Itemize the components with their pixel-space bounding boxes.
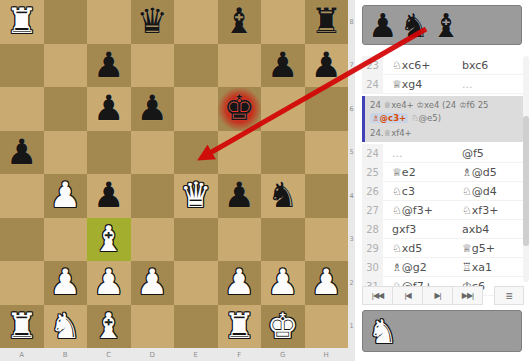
move-number: 25 [362, 163, 383, 181]
rank-label-1: 1 [348, 305, 355, 349]
file-label-d: D [131, 348, 175, 361]
white-pawn[interactable]: ♟ [93, 265, 124, 300]
black-move[interactable]: ♘@d4 [453, 185, 523, 198]
square-b2[interactable]: ♟ [44, 261, 88, 305]
square-e8[interactable] [174, 0, 218, 44]
move-number: 23 [362, 56, 383, 74]
square-f6[interactable]: ♚ [218, 87, 262, 131]
rank-label-2: 2 [348, 261, 355, 305]
current-move[interactable]: ♗@c3+ [370, 113, 408, 123]
white-pawn[interactable]: ♟ [137, 265, 168, 300]
square-c3[interactable]: ♝ [87, 218, 131, 262]
white-move[interactable]: ♘@f3+ [383, 204, 453, 217]
white-move[interactable]: ♘xc6+ [383, 59, 453, 72]
black-bishop[interactable]: ♝ [224, 4, 255, 39]
white-bishop[interactable]: ♝ [93, 309, 124, 344]
square-g1[interactable]: ♚ [261, 305, 305, 349]
square-c1[interactable]: ♝ [87, 305, 131, 349]
move-row-24: 24♕xg4... [362, 75, 523, 94]
black-king[interactable]: ♚ [224, 91, 255, 126]
pocket-black-knight[interactable]: ♞ [400, 9, 430, 42]
move-number: 29 [362, 239, 383, 257]
file-label-c: C [87, 348, 131, 361]
square-f3[interactable] [218, 218, 262, 262]
white-bishop[interactable]: ♝ [93, 222, 124, 257]
variation-line[interactable]: 24 ♕xe4+ ♔xe4 (24 ♔f6 25 ♗@c3+ ♘@e5) [370, 99, 519, 125]
black-move[interactable]: ♕g5+ [453, 242, 523, 255]
last-move-button[interactable]: ▶▶| [452, 286, 483, 305]
file-label-g: G [261, 348, 305, 361]
black-move[interactable]: ... [453, 78, 523, 91]
square-e2[interactable] [174, 261, 218, 305]
square-b5[interactable] [44, 131, 88, 175]
file-label-b: B [44, 348, 88, 361]
analysis-page: ♜♛♝♜♟♟♟♟♟♚♟♟♟♛♟♞♝♟♟♟♟♟♟♜♞♝♜♚ 87654321 AB… [0, 0, 530, 361]
move-number: 28 [362, 220, 383, 238]
movelist-scrollbar-thumb[interactable] [523, 116, 529, 246]
square-e3[interactable] [174, 218, 218, 262]
square-b8[interactable] [44, 0, 88, 44]
square-b1[interactable]: ♞ [44, 305, 88, 349]
move-list: 23♘xc6+bxc624♕xg4...24 ♕xe4+ ♔xe4 (24 ♔f… [362, 56, 523, 296]
square-f2[interactable]: ♟ [218, 261, 262, 305]
square-a6[interactable] [0, 87, 44, 131]
move-number: 26 [362, 182, 383, 200]
square-f8[interactable]: ♝ [218, 0, 262, 44]
square-d2[interactable]: ♟ [131, 261, 175, 305]
black-knight[interactable]: ♞ [267, 178, 298, 213]
square-e1[interactable] [174, 305, 218, 349]
square-h3[interactable] [305, 218, 349, 262]
white-move[interactable]: ♗@g2 [383, 261, 453, 274]
square-h7[interactable]: ♟ [305, 44, 349, 88]
file-coordinates: ABCDEFGH [0, 348, 355, 361]
square-a4[interactable] [0, 174, 44, 218]
black-move[interactable]: @f5 [453, 147, 523, 160]
white-knight[interactable]: ♞ [50, 309, 81, 344]
square-b7[interactable] [44, 44, 88, 88]
square-a3[interactable] [0, 218, 44, 262]
square-b4[interactable]: ♟ [44, 174, 88, 218]
white-move[interactable]: ... [383, 147, 453, 160]
move-row-29: 29♘xd5♕g5+ [362, 239, 523, 258]
black-move[interactable]: bxc6 [453, 59, 523, 72]
file-label-h: H [305, 348, 349, 361]
square-c4[interactable]: ♟ [87, 174, 131, 218]
square-d5[interactable] [131, 131, 175, 175]
white-pawn[interactable]: ♟ [224, 265, 255, 300]
square-d6[interactable]: ♟ [131, 87, 175, 131]
rank-label-5: 5 [348, 131, 355, 175]
black-pawn[interactable]: ♟ [93, 48, 124, 83]
square-g2[interactable]: ♟ [261, 261, 305, 305]
square-g7[interactable]: ♟ [261, 44, 305, 88]
move-row-25: 25♕e2♗@d5 [362, 163, 523, 182]
square-a2[interactable] [0, 261, 44, 305]
square-g5[interactable] [261, 131, 305, 175]
move-number: 24 [362, 75, 383, 93]
file-label-a: A [0, 348, 44, 361]
square-e7[interactable] [174, 44, 218, 88]
white-king[interactable]: ♚ [267, 309, 298, 344]
square-f1[interactable]: ♜ [218, 305, 262, 349]
move-number: 30 [362, 258, 383, 276]
square-a8[interactable]: ♜ [0, 0, 44, 44]
move-navigation: |◀◀|◀▶|▶▶|≡ [362, 286, 523, 305]
black-pawn[interactable]: ♟ [267, 48, 298, 83]
black-move[interactable]: ♖xa1 [453, 261, 523, 274]
first-move-button[interactable]: |◀◀ [362, 286, 393, 305]
movelist-scrollbar-track[interactable] [523, 56, 529, 282]
pocket-black-bishop[interactable]: ♝ [431, 9, 461, 42]
square-c2[interactable]: ♟ [87, 261, 131, 305]
analysis-panel: ♟♞♝ 23♘xc6+bxc624♕xg4...24 ♕xe4+ ♔xe4 (2… [355, 0, 530, 361]
square-g6[interactable] [261, 87, 305, 131]
white-move[interactable]: gxf3 [383, 223, 453, 236]
square-h4[interactable] [305, 174, 349, 218]
move-row-30: 30♗@g2♖xa1 [362, 258, 523, 277]
square-c8[interactable] [87, 0, 131, 44]
square-f5[interactable] [218, 131, 262, 175]
square-g3[interactable] [261, 218, 305, 262]
next-move-button[interactable]: ▶| [422, 286, 453, 305]
file-label-e: E [174, 348, 218, 361]
move-row-27: 27♘@f3+♘xf3+ [362, 201, 523, 220]
square-e5[interactable] [174, 131, 218, 175]
black-pawn[interactable]: ♟ [311, 48, 342, 83]
pocket-white-knight[interactable]: ♞ [368, 315, 398, 348]
square-d7[interactable] [131, 44, 175, 88]
square-d3[interactable] [131, 218, 175, 262]
board-area: ♜♛♝♜♟♟♟♟♟♚♟♟♟♛♟♞♝♟♟♟♟♟♟♜♞♝♜♚ 87654321 AB… [0, 0, 355, 361]
file-label-f: F [218, 348, 262, 361]
white-move[interactable]: ♘xd5 [383, 242, 453, 255]
black-pawn[interactable]: ♟ [6, 135, 37, 170]
rank-label-3: 3 [348, 218, 355, 262]
square-a7[interactable] [0, 44, 44, 88]
rank-coordinates: 87654321 [348, 0, 355, 348]
board: ♜♛♝♜♟♟♟♟♟♚♟♟♟♛♟♞♝♟♟♟♟♟♟♜♞♝♜♚ [0, 0, 348, 348]
square-h8[interactable]: ♜ [305, 0, 349, 44]
square-d1[interactable] [131, 305, 175, 349]
rank-label-8: 8 [348, 0, 355, 44]
rank-label-6: 6 [348, 87, 355, 131]
move-row-28: 28gxf3axb4 [362, 220, 523, 239]
square-d4[interactable] [131, 174, 175, 218]
square-h6[interactable] [305, 87, 349, 131]
white-pawn[interactable]: ♟ [50, 178, 81, 213]
pocket-black-pawn[interactable]: ♟ [368, 9, 398, 42]
white-rook[interactable]: ♜ [6, 309, 37, 344]
menu-move-button[interactable]: ≡ [494, 286, 524, 305]
white-rook[interactable]: ♜ [6, 4, 37, 39]
prev-move-button[interactable]: |◀ [392, 286, 423, 305]
white-queen[interactable]: ♛ [180, 178, 211, 213]
square-g8[interactable] [261, 0, 305, 44]
white-pawn[interactable]: ♟ [311, 265, 342, 300]
white-move[interactable]: ♘c3 [383, 185, 453, 198]
square-e6[interactable] [174, 87, 218, 131]
black-queen[interactable]: ♛ [137, 4, 168, 39]
white-move[interactable]: ♕e2 [383, 166, 453, 179]
black-move[interactable]: ♗@d5 [453, 166, 523, 179]
variation-line[interactable]: 24.♕xf4+ [370, 127, 519, 140]
square-a1[interactable]: ♜ [0, 305, 44, 349]
variation-box[interactable]: 24 ♕xe4+ ♔xe4 (24 ♔f6 25 ♗@c3+ ♘@e5)24.♕… [362, 96, 523, 142]
black-move[interactable]: axb4 [453, 223, 523, 236]
black-pawn[interactable]: ♟ [93, 91, 124, 126]
square-g4[interactable]: ♞ [261, 174, 305, 218]
square-d8[interactable]: ♛ [131, 0, 175, 44]
black-pawn[interactable]: ♟ [137, 91, 168, 126]
square-a5[interactable]: ♟ [0, 131, 44, 175]
black-rook[interactable]: ♜ [311, 4, 342, 39]
white-pawn[interactable]: ♟ [267, 265, 298, 300]
square-f7[interactable] [218, 44, 262, 88]
square-h2[interactable]: ♟ [305, 261, 349, 305]
black-pawn[interactable]: ♟ [93, 178, 124, 213]
white-pawn[interactable]: ♟ [50, 265, 81, 300]
move-number: 27 [362, 201, 383, 219]
white-move[interactable]: ♕xg4 [383, 78, 453, 91]
square-c5[interactable] [87, 131, 131, 175]
square-h5[interactable] [305, 131, 349, 175]
move-row-23: 23♘xc6+bxc6 [362, 56, 523, 75]
square-f4[interactable]: ♟ [218, 174, 262, 218]
move-number: 24 [362, 144, 383, 162]
square-h1[interactable] [305, 305, 349, 349]
black-move[interactable]: ♘xf3+ [453, 204, 523, 217]
black-pocket-tray: ♟♞♝ [362, 5, 522, 45]
move-row-26: 26♘c3♘@d4 [362, 182, 523, 201]
square-b6[interactable] [44, 87, 88, 131]
black-pawn[interactable]: ♟ [224, 178, 255, 213]
square-c7[interactable]: ♟ [87, 44, 131, 88]
move-row-24: 24...@f5 [362, 144, 523, 163]
rank-label-4: 4 [348, 174, 355, 218]
white-rook[interactable]: ♜ [224, 309, 255, 344]
square-b3[interactable] [44, 218, 88, 262]
square-c6[interactable]: ♟ [87, 87, 131, 131]
rank-label-7: 7 [348, 44, 355, 88]
square-e4[interactable]: ♛ [174, 174, 218, 218]
white-pocket-tray: ♞ [362, 310, 522, 352]
